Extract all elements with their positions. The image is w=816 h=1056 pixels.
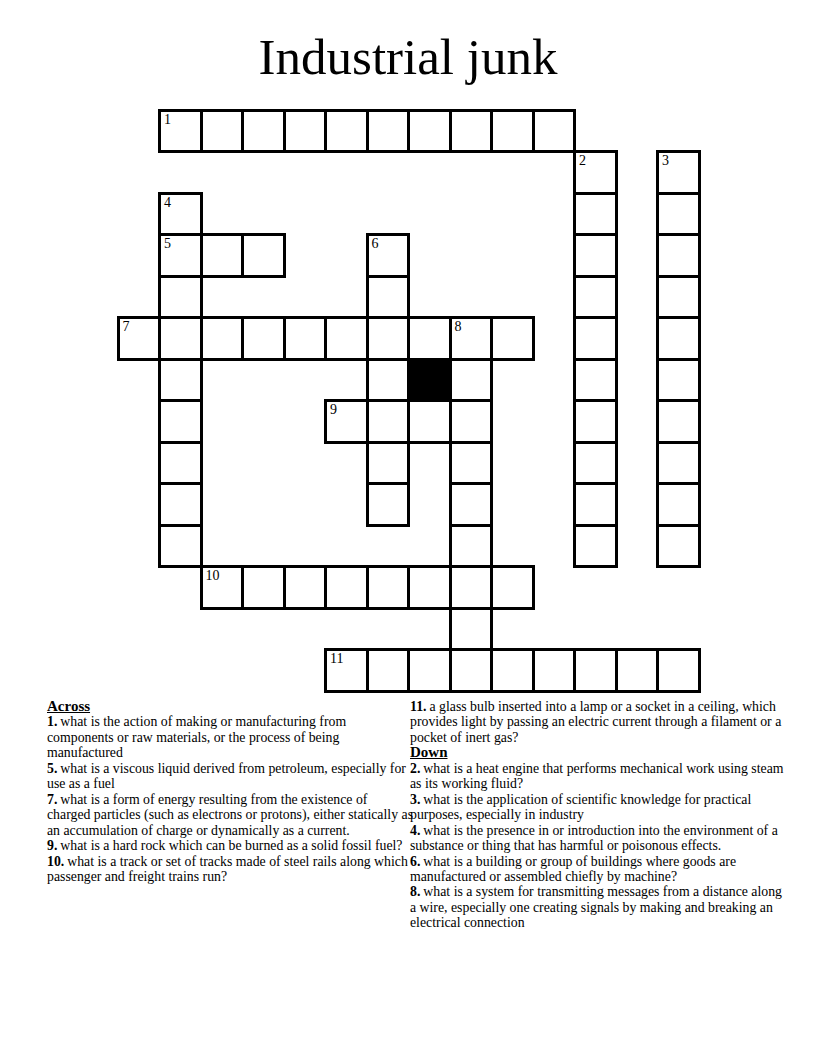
cell-r5c7[interactable] [407, 316, 452, 361]
cell-r13c10[interactable] [532, 648, 577, 693]
cell-r0c7[interactable] [407, 109, 452, 154]
cell-r7c13[interactable] [656, 399, 701, 444]
clue-across-5: 5.what is a viscous liquid derived from … [47, 761, 413, 792]
cell-r8c11[interactable] [573, 441, 618, 486]
clue-text: what is a heat engine that performs mech… [410, 761, 784, 791]
cell-r10c13[interactable] [656, 524, 701, 569]
cell-r0c4[interactable] [283, 109, 328, 154]
cell-number-6: 6 [372, 237, 379, 251]
cell-r9c6[interactable] [366, 482, 411, 527]
cell-r4c13[interactable] [656, 275, 701, 320]
cell-r11c8[interactable] [449, 565, 494, 610]
cell-r5c8[interactable]: 8 [449, 316, 494, 361]
clue-number: 4. [410, 823, 420, 838]
cell-r0c1[interactable]: 1 [158, 109, 203, 154]
cell-r12c8[interactable] [449, 607, 494, 652]
cell-r5c13[interactable] [656, 316, 701, 361]
cell-r0c3[interactable] [241, 109, 286, 154]
cell-r2c1[interactable]: 4 [158, 192, 203, 237]
cell-r13c11[interactable] [573, 648, 618, 693]
cell-r8c8[interactable] [449, 441, 494, 486]
across-clues-column: Across 1.what is the action of making or… [47, 699, 413, 884]
clue-text: what is a track or set of tracks made of… [47, 854, 408, 884]
clue-across-1: 1.what is the action of making or manufa… [47, 714, 413, 760]
cell-number-8: 8 [455, 320, 462, 334]
cell-r2c13[interactable] [656, 192, 701, 237]
cell-r5c6[interactable] [366, 316, 411, 361]
cell-r13c12[interactable] [615, 648, 660, 693]
cell-r7c1[interactable] [158, 399, 203, 444]
cell-r5c11[interactable] [573, 316, 618, 361]
cell-number-3: 3 [662, 154, 669, 168]
clue-text: what is a system for transmitting messag… [410, 884, 782, 930]
clue-text: what is a viscous liquid derived from pe… [47, 761, 406, 791]
cell-r11c2[interactable]: 10 [200, 565, 245, 610]
cell-r9c13[interactable] [656, 482, 701, 527]
cell-r5c5[interactable] [324, 316, 369, 361]
cell-r13c5[interactable]: 11 [324, 648, 369, 693]
clue-number: 11. [410, 699, 427, 714]
cell-r5c9[interactable] [490, 316, 535, 361]
clue-down-3: 3.what is the application of scientific … [410, 792, 784, 823]
cell-r6c8[interactable] [449, 358, 494, 403]
cell-r6c6[interactable] [366, 358, 411, 403]
clue-number: 5. [47, 761, 57, 776]
clue-down-6: 6.what is a building or group of buildin… [410, 854, 784, 885]
clue-number: 6. [410, 854, 420, 869]
cell-r4c6[interactable] [366, 275, 411, 320]
cell-r13c6[interactable] [366, 648, 411, 693]
cell-r0c6[interactable] [366, 109, 411, 154]
crossword-grid: 1234567891011 [118, 110, 699, 691]
cell-r1c11[interactable]: 2 [573, 150, 618, 195]
clue-number: 2. [410, 761, 420, 776]
cell-number-10: 10 [206, 569, 220, 583]
cell-r7c5[interactable]: 9 [324, 399, 369, 444]
clue-text: what is the action of making or manufact… [47, 714, 346, 760]
cell-r6c11[interactable] [573, 358, 618, 403]
cell-r3c11[interactable] [573, 233, 618, 278]
clue-text: a glass bulb inserted into a lamp or a s… [410, 699, 781, 745]
across-header: Across [47, 699, 413, 714]
cell-number-9: 9 [330, 403, 337, 417]
cell-r0c5[interactable] [324, 109, 369, 154]
clue-number: 9. [47, 838, 57, 853]
cell-r4c11[interactable] [573, 275, 618, 320]
clue-text: what is a building or group of buildings… [410, 854, 736, 884]
cell-r5c0[interactable]: 7 [117, 316, 162, 361]
cell-number-11: 11 [330, 652, 343, 666]
cell-r0c2[interactable] [200, 109, 245, 154]
cell-r0c10[interactable] [532, 109, 577, 154]
clue-number: 1. [47, 714, 57, 729]
clue-across-10: 10.what is a track or set of tracks made… [47, 854, 413, 885]
cell-r2c11[interactable] [573, 192, 618, 237]
cell-r1c13[interactable]: 3 [656, 150, 701, 195]
clue-across-9: 9.what is a hard rock which can be burne… [47, 838, 413, 853]
cell-r3c13[interactable] [656, 233, 701, 278]
cell-r7c11[interactable] [573, 399, 618, 444]
cell-r13c8[interactable] [449, 648, 494, 693]
cell-r11c6[interactable] [366, 565, 411, 610]
clue-text: what is a hard rock which can be burned … [60, 838, 402, 853]
cell-r9c8[interactable] [449, 482, 494, 527]
cell-r11c3[interactable] [241, 565, 286, 610]
cell-r0c8[interactable] [449, 109, 494, 154]
down-header: Down [410, 745, 784, 760]
clue-down-8: 8.what is a system for transmitting mess… [410, 884, 784, 930]
black-cell-r6c7 [407, 358, 452, 403]
cell-r10c11[interactable] [573, 524, 618, 569]
clue-number: 8. [410, 884, 420, 899]
cell-r11c4[interactable] [283, 565, 328, 610]
cell-r7c7[interactable] [407, 399, 452, 444]
cell-r3c2[interactable] [200, 233, 245, 278]
clue-text: what is the application of scientific kn… [410, 792, 751, 822]
cell-r11c9[interactable] [490, 565, 535, 610]
cell-r10c1[interactable] [158, 524, 203, 569]
clue-number: 7. [47, 792, 57, 807]
cell-r8c1[interactable] [158, 441, 203, 486]
clue-across-11: 11.a glass bulb inserted into a lamp or … [410, 699, 784, 745]
cell-r7c6[interactable] [366, 399, 411, 444]
cell-r4c1[interactable] [158, 275, 203, 320]
cell-number-4: 4 [164, 196, 171, 210]
clue-text: what is a form of energy resulting from … [47, 792, 413, 838]
cell-r6c13[interactable] [656, 358, 701, 403]
cell-r5c3[interactable] [241, 316, 286, 361]
cell-r13c7[interactable] [407, 648, 452, 693]
page-title: Industrial junk [0, 32, 816, 83]
cell-r13c13[interactable] [656, 648, 701, 693]
clue-down-4: 4.what is the presence in or introductio… [410, 823, 784, 854]
clue-down-2: 2.what is a heat engine that performs me… [410, 761, 784, 792]
cell-r10c8[interactable] [449, 524, 494, 569]
cell-r11c7[interactable] [407, 565, 452, 610]
cell-r3c1[interactable]: 5 [158, 233, 203, 278]
cell-r5c2[interactable] [200, 316, 245, 361]
cell-number-5: 5 [164, 237, 171, 251]
clue-number: 10. [47, 854, 64, 869]
cell-r7c8[interactable] [449, 399, 494, 444]
down-clues-column: 11.a glass bulb inserted into a lamp or … [410, 699, 784, 931]
cell-r0c9[interactable] [490, 109, 535, 154]
cell-r9c11[interactable] [573, 482, 618, 527]
clue-across-7: 7.what is a form of energy resulting fro… [47, 792, 413, 838]
clue-number: 3. [410, 792, 420, 807]
cell-r8c6[interactable] [366, 441, 411, 486]
cell-r3c6[interactable]: 6 [366, 233, 411, 278]
cell-r9c1[interactable] [158, 482, 203, 527]
cell-r5c1[interactable] [158, 316, 203, 361]
cell-r13c9[interactable] [490, 648, 535, 693]
cell-r6c1[interactable] [158, 358, 203, 403]
cell-r5c4[interactable] [283, 316, 328, 361]
cell-r8c13[interactable] [656, 441, 701, 486]
cell-r11c5[interactable] [324, 565, 369, 610]
cell-number-1: 1 [164, 113, 171, 127]
cell-number-2: 2 [579, 154, 586, 168]
cell-number-7: 7 [123, 320, 130, 334]
clue-text: what is the presence in or introduction … [410, 823, 778, 853]
cell-r3c3[interactable] [241, 233, 286, 278]
